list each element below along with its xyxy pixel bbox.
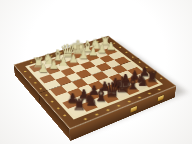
chess-board: ♜♞♝♛♚♝♞♜♟♟♟♟♟♟♟♟♟♟♟♟♟♟♟♟♜♞♝♛♚♝♞♜	[14, 36, 177, 129]
white-pawn-d2: ♟	[69, 54, 79, 65]
white-pawn-g2: ♟	[97, 45, 107, 56]
brass-clasp-1	[131, 106, 137, 113]
brass-clasp-2	[158, 95, 164, 102]
black-rook-a8: ♜	[72, 97, 86, 112]
white-pawn-c2: ♟	[59, 57, 70, 68]
white-pawn-f2: ♟	[88, 48, 98, 59]
white-pawn-e2: ♟	[78, 51, 88, 62]
square-a8: ♜	[68, 105, 86, 116]
square-a2: ♟	[34, 69, 50, 78]
product-photo-stage: ♜♞♝♛♚♝♞♜♟♟♟♟♟♟♟♟♟♟♟♟♟♟♟♟♜♞♝♛♚♝♞♜	[0, 0, 192, 144]
white-pawn-h2: ♟	[106, 42, 116, 52]
white-pawn-b2: ♟	[48, 60, 59, 71]
board-frame: ♜♞♝♛♚♝♞♜♟♟♟♟♟♟♟♟♟♟♟♟♟♟♟♟♜♞♝♛♚♝♞♜	[14, 36, 177, 129]
square-g3	[99, 55, 114, 63]
square-h3	[108, 52, 123, 60]
square-f3	[90, 58, 106, 66]
white-pawn-a2: ♟	[38, 63, 49, 74]
